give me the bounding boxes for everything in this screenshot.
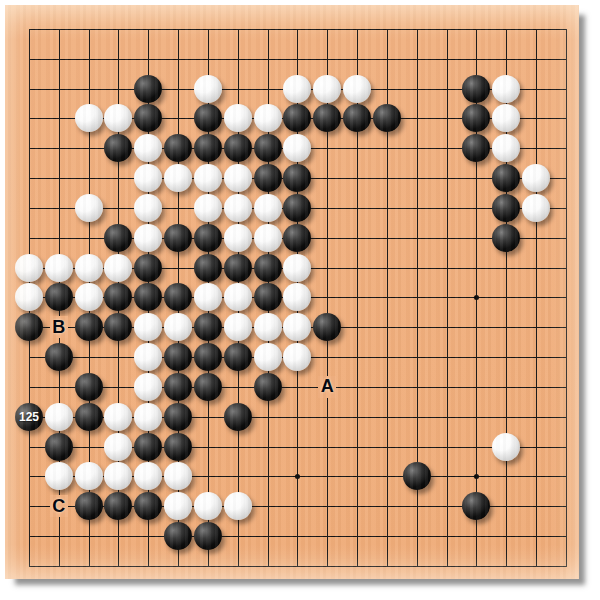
white-stone bbox=[104, 104, 132, 132]
white-stone bbox=[224, 104, 252, 132]
black-stone bbox=[254, 373, 282, 401]
point-label-b: B bbox=[50, 316, 68, 338]
black-stone bbox=[164, 522, 192, 550]
black-stone bbox=[462, 134, 490, 162]
black-stone bbox=[254, 254, 282, 282]
white-stone bbox=[254, 343, 282, 371]
black-stone bbox=[283, 194, 311, 222]
go-board[interactable]: 125ABC bbox=[5, 5, 579, 579]
white-stone bbox=[134, 224, 162, 252]
point-label-c: C bbox=[50, 495, 68, 517]
black-stone bbox=[134, 75, 162, 103]
black-stone bbox=[194, 313, 222, 341]
black-stone bbox=[283, 104, 311, 132]
white-stone bbox=[224, 164, 252, 192]
star-point bbox=[474, 474, 479, 479]
white-stone bbox=[224, 283, 252, 311]
white-stone bbox=[224, 224, 252, 252]
white-stone bbox=[75, 254, 103, 282]
black-stone bbox=[164, 134, 192, 162]
grid-line-vertical bbox=[536, 29, 537, 567]
white-stone bbox=[254, 194, 282, 222]
white-stone bbox=[45, 254, 73, 282]
black-stone bbox=[254, 283, 282, 311]
white-stone bbox=[224, 194, 252, 222]
black-stone bbox=[134, 492, 162, 520]
white-stone bbox=[283, 313, 311, 341]
white-stone bbox=[134, 194, 162, 222]
black-stone bbox=[254, 134, 282, 162]
black-stone bbox=[164, 373, 192, 401]
white-stone bbox=[134, 462, 162, 490]
black-stone bbox=[75, 313, 103, 341]
white-stone bbox=[313, 75, 341, 103]
black-stone bbox=[224, 254, 252, 282]
white-stone bbox=[283, 254, 311, 282]
black-stone bbox=[224, 403, 252, 431]
white-stone bbox=[104, 462, 132, 490]
black-stone bbox=[164, 283, 192, 311]
black-stone bbox=[224, 134, 252, 162]
black-stone bbox=[373, 104, 401, 132]
white-stone bbox=[224, 313, 252, 341]
black-stone bbox=[194, 224, 222, 252]
white-stone bbox=[104, 254, 132, 282]
black-stone bbox=[134, 283, 162, 311]
black-stone bbox=[164, 433, 192, 461]
black-stone bbox=[283, 224, 311, 252]
white-stone bbox=[45, 462, 73, 490]
white-stone bbox=[75, 104, 103, 132]
white-stone bbox=[164, 462, 192, 490]
black-stone bbox=[75, 373, 103, 401]
white-stone bbox=[134, 343, 162, 371]
black-stone bbox=[75, 492, 103, 520]
black-stone bbox=[254, 164, 282, 192]
white-stone bbox=[134, 373, 162, 401]
black-stone bbox=[194, 373, 222, 401]
white-stone bbox=[104, 433, 132, 461]
white-stone bbox=[254, 224, 282, 252]
white-stone bbox=[254, 313, 282, 341]
black-stone bbox=[104, 134, 132, 162]
black-stone bbox=[104, 224, 132, 252]
black-stone bbox=[194, 254, 222, 282]
black-stone bbox=[283, 164, 311, 192]
black-stone bbox=[194, 104, 222, 132]
white-stone bbox=[134, 403, 162, 431]
black-stone bbox=[104, 283, 132, 311]
black-stone bbox=[492, 224, 520, 252]
black-stone bbox=[45, 283, 73, 311]
black-stone bbox=[313, 313, 341, 341]
black-stone bbox=[194, 522, 222, 550]
black-stone bbox=[403, 462, 431, 490]
star-point bbox=[295, 474, 300, 479]
black-stone bbox=[15, 313, 43, 341]
white-stone bbox=[75, 283, 103, 311]
black-stone bbox=[224, 343, 252, 371]
black-stone bbox=[75, 403, 103, 431]
point-label-a: A bbox=[318, 376, 336, 398]
white-stone bbox=[194, 283, 222, 311]
black-stone bbox=[134, 433, 162, 461]
white-stone bbox=[104, 403, 132, 431]
white-stone bbox=[254, 104, 282, 132]
white-stone bbox=[283, 75, 311, 103]
white-stone bbox=[134, 164, 162, 192]
black-stone bbox=[134, 254, 162, 282]
white-stone bbox=[522, 164, 550, 192]
black-stone bbox=[194, 343, 222, 371]
black-stone bbox=[194, 134, 222, 162]
white-stone bbox=[164, 313, 192, 341]
white-stone bbox=[164, 492, 192, 520]
black-stone bbox=[492, 164, 520, 192]
white-stone bbox=[283, 283, 311, 311]
black-stone bbox=[462, 104, 490, 132]
black-stone bbox=[462, 492, 490, 520]
black-stone bbox=[164, 224, 192, 252]
white-stone bbox=[492, 134, 520, 162]
white-stone bbox=[283, 343, 311, 371]
star-point bbox=[474, 295, 479, 300]
grid-line-vertical bbox=[447, 29, 448, 567]
white-stone bbox=[75, 462, 103, 490]
black-stone bbox=[134, 104, 162, 132]
black-stone bbox=[104, 313, 132, 341]
grid-line-vertical bbox=[566, 29, 567, 567]
white-stone bbox=[492, 433, 520, 461]
black-stone bbox=[462, 75, 490, 103]
black-stone bbox=[45, 433, 73, 461]
go-game-viewer: 125ABC bbox=[0, 0, 600, 600]
black-stone bbox=[45, 343, 73, 371]
grid-line-horizontal bbox=[29, 566, 567, 567]
grid-line-horizontal bbox=[29, 387, 567, 388]
black-stone bbox=[492, 194, 520, 222]
white-stone bbox=[224, 492, 252, 520]
white-stone bbox=[283, 134, 311, 162]
white-stone bbox=[194, 194, 222, 222]
white-stone bbox=[134, 313, 162, 341]
white-stone bbox=[492, 104, 520, 132]
black-stone bbox=[164, 343, 192, 371]
white-stone bbox=[522, 194, 550, 222]
white-stone bbox=[194, 164, 222, 192]
grid-line-horizontal bbox=[29, 536, 567, 537]
white-stone bbox=[15, 254, 43, 282]
white-stone bbox=[164, 164, 192, 192]
white-stone bbox=[194, 75, 222, 103]
white-stone bbox=[194, 492, 222, 520]
black-stone bbox=[313, 104, 341, 132]
black-stone bbox=[164, 403, 192, 431]
white-stone bbox=[343, 75, 371, 103]
white-stone bbox=[492, 75, 520, 103]
black-stone bbox=[15, 403, 43, 431]
black-stone bbox=[104, 492, 132, 520]
white-stone bbox=[45, 403, 73, 431]
black-stone bbox=[343, 104, 371, 132]
white-stone bbox=[75, 194, 103, 222]
white-stone bbox=[15, 283, 43, 311]
white-stone bbox=[134, 134, 162, 162]
